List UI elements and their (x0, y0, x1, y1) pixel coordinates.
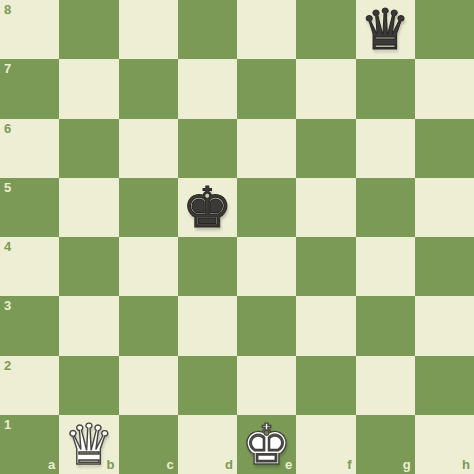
black-king-piece[interactable]: ♚ (178, 178, 237, 237)
square-a5[interactable]: 5 (0, 178, 59, 237)
square-a3[interactable]: 3 (0, 296, 59, 355)
white-queen-piece[interactable]: ♛ (59, 415, 118, 474)
rank-label-8: 8 (4, 3, 11, 16)
file-label-f: f (347, 458, 351, 471)
square-b2[interactable] (59, 356, 118, 415)
square-h5[interactable] (415, 178, 474, 237)
square-e1[interactable]: e♚ (237, 415, 296, 474)
square-h8[interactable] (415, 0, 474, 59)
square-g2[interactable] (356, 356, 415, 415)
black-queen-piece[interactable]: ♛ (356, 0, 415, 59)
rank-label-3: 3 (4, 299, 11, 312)
square-h3[interactable] (415, 296, 474, 355)
square-c5[interactable] (119, 178, 178, 237)
square-d4[interactable] (178, 237, 237, 296)
square-d8[interactable] (178, 0, 237, 59)
square-h7[interactable] (415, 59, 474, 118)
square-f7[interactable] (296, 59, 355, 118)
square-h2[interactable] (415, 356, 474, 415)
file-label-d: d (225, 458, 233, 471)
square-b4[interactable] (59, 237, 118, 296)
square-e7[interactable] (237, 59, 296, 118)
white-king-piece[interactable]: ♚ (237, 415, 296, 474)
square-g5[interactable] (356, 178, 415, 237)
square-e6[interactable] (237, 119, 296, 178)
square-h6[interactable] (415, 119, 474, 178)
square-d3[interactable] (178, 296, 237, 355)
square-h1[interactable]: h (415, 415, 474, 474)
square-g7[interactable] (356, 59, 415, 118)
square-f4[interactable] (296, 237, 355, 296)
square-g1[interactable]: g (356, 415, 415, 474)
square-c1[interactable]: c (119, 415, 178, 474)
square-c4[interactable] (119, 237, 178, 296)
rank-label-1: 1 (4, 418, 11, 431)
square-d6[interactable] (178, 119, 237, 178)
square-f2[interactable] (296, 356, 355, 415)
square-h4[interactable] (415, 237, 474, 296)
square-g8[interactable]: ♛ (356, 0, 415, 59)
square-a7[interactable]: 7 (0, 59, 59, 118)
square-c7[interactable] (119, 59, 178, 118)
file-label-h: h (462, 458, 470, 471)
square-g4[interactable] (356, 237, 415, 296)
rank-label-4: 4 (4, 240, 11, 253)
file-label-c: c (167, 458, 174, 471)
square-d1[interactable]: d (178, 415, 237, 474)
square-g6[interactable] (356, 119, 415, 178)
square-c2[interactable] (119, 356, 178, 415)
square-e2[interactable] (237, 356, 296, 415)
rank-label-2: 2 (4, 359, 11, 372)
square-b1[interactable]: b♛ (59, 415, 118, 474)
square-f1[interactable]: f (296, 415, 355, 474)
square-b5[interactable] (59, 178, 118, 237)
square-f6[interactable] (296, 119, 355, 178)
rank-label-7: 7 (4, 62, 11, 75)
square-f5[interactable] (296, 178, 355, 237)
square-a2[interactable]: 2 (0, 356, 59, 415)
rank-label-5: 5 (4, 181, 11, 194)
square-b3[interactable] (59, 296, 118, 355)
file-label-a: a (48, 458, 55, 471)
chess-board: 8♛765♚4321ab♛cde♚fgh (0, 0, 474, 474)
square-d5[interactable]: ♚ (178, 178, 237, 237)
square-f3[interactable] (296, 296, 355, 355)
square-d7[interactable] (178, 59, 237, 118)
square-d2[interactable] (178, 356, 237, 415)
square-c3[interactable] (119, 296, 178, 355)
square-c6[interactable] (119, 119, 178, 178)
square-b7[interactable] (59, 59, 118, 118)
square-c8[interactable] (119, 0, 178, 59)
rank-label-6: 6 (4, 122, 11, 135)
square-a4[interactable]: 4 (0, 237, 59, 296)
square-f8[interactable] (296, 0, 355, 59)
square-e3[interactable] (237, 296, 296, 355)
square-a6[interactable]: 6 (0, 119, 59, 178)
square-a8[interactable]: 8 (0, 0, 59, 59)
square-e8[interactable] (237, 0, 296, 59)
square-a1[interactable]: 1a (0, 415, 59, 474)
square-b8[interactable] (59, 0, 118, 59)
file-label-g: g (403, 458, 411, 471)
square-g3[interactable] (356, 296, 415, 355)
square-e4[interactable] (237, 237, 296, 296)
square-b6[interactable] (59, 119, 118, 178)
square-e5[interactable] (237, 178, 296, 237)
